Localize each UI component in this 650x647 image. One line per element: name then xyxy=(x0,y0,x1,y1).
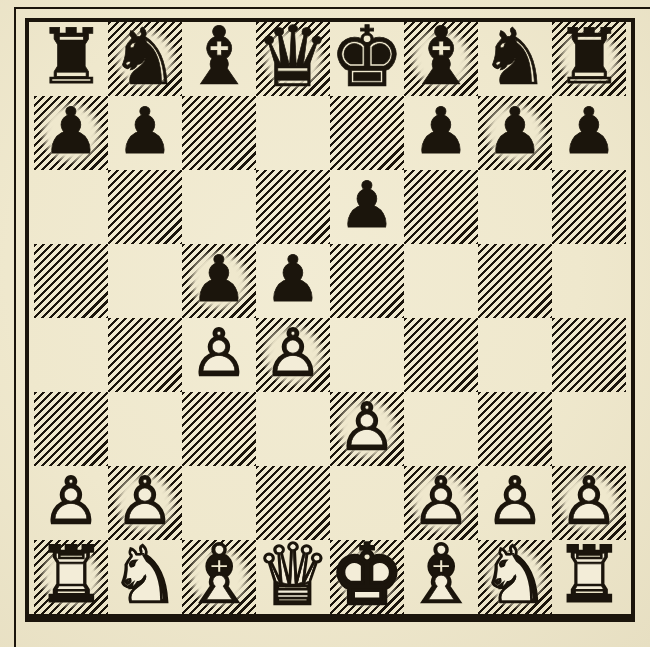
square-g1: ♞♘ xyxy=(478,540,552,614)
piece-black-king: ♚ xyxy=(330,20,404,94)
square-e4 xyxy=(330,318,404,392)
square-d8: ♛ xyxy=(256,22,330,96)
square-d1: ♛♕ xyxy=(256,540,330,614)
square-e7 xyxy=(330,96,404,170)
piece-white-pawn: ♟♙ xyxy=(478,464,552,538)
piece-white-pawn: ♟♙ xyxy=(256,316,330,390)
square-a8: ♜ xyxy=(34,22,108,96)
piece-white-pawn: ♟♙ xyxy=(552,464,626,538)
square-a7: ♟ xyxy=(34,96,108,170)
piece-white-knight: ♞♘ xyxy=(478,538,552,612)
square-a2: ♟♙ xyxy=(34,466,108,540)
square-f8: ♝ xyxy=(404,22,478,96)
square-e8: ♚ xyxy=(330,22,404,96)
square-c1: ♝♗ xyxy=(182,540,256,614)
square-d4: ♟♙ xyxy=(256,318,330,392)
square-b5 xyxy=(108,244,182,318)
square-h4 xyxy=(552,318,626,392)
piece-black-pawn: ♟ xyxy=(478,94,552,168)
piece-white-rook: ♜♖ xyxy=(34,538,108,612)
square-c5: ♟ xyxy=(182,244,256,318)
square-d5: ♟ xyxy=(256,244,330,318)
piece-black-pawn: ♟ xyxy=(182,242,256,316)
square-g8: ♞ xyxy=(478,22,552,96)
square-g6 xyxy=(478,170,552,244)
square-a6 xyxy=(34,170,108,244)
square-f7: ♟ xyxy=(404,96,478,170)
square-b7: ♟ xyxy=(108,96,182,170)
piece-black-pawn: ♟ xyxy=(108,94,182,168)
piece-white-pawn: ♟♙ xyxy=(34,464,108,538)
piece-white-knight: ♞♘ xyxy=(108,538,182,612)
piece-white-king: ♚♔ xyxy=(330,538,404,612)
square-c4: ♟♙ xyxy=(182,318,256,392)
square-c6 xyxy=(182,170,256,244)
square-g3 xyxy=(478,392,552,466)
chess-board: ♜♞♝♛♚♝♞♜♟♟♟♟♟♟♟♟♟♙♟♙♟♙♟♙♟♙♟♙♟♙♟♙♜♖♞♘♝♗♛♕… xyxy=(34,22,626,614)
square-f5 xyxy=(404,244,478,318)
piece-black-bishop: ♝ xyxy=(182,20,256,94)
piece-black-pawn: ♟ xyxy=(330,168,404,242)
square-b2: ♟♙ xyxy=(108,466,182,540)
piece-white-pawn: ♟♙ xyxy=(182,316,256,390)
piece-black-queen: ♛ xyxy=(256,20,330,94)
square-a3 xyxy=(34,392,108,466)
square-c7 xyxy=(182,96,256,170)
piece-white-pawn: ♟♙ xyxy=(404,464,478,538)
square-a4 xyxy=(34,318,108,392)
square-g7: ♟ xyxy=(478,96,552,170)
piece-white-pawn: ♟♙ xyxy=(108,464,182,538)
square-g4 xyxy=(478,318,552,392)
square-h3 xyxy=(552,392,626,466)
square-b3 xyxy=(108,392,182,466)
square-b8: ♞ xyxy=(108,22,182,96)
piece-black-pawn: ♟ xyxy=(34,94,108,168)
square-e6: ♟ xyxy=(330,170,404,244)
piece-white-rook: ♜♖ xyxy=(552,538,626,612)
square-h8: ♜ xyxy=(552,22,626,96)
square-a1: ♜♖ xyxy=(34,540,108,614)
square-g5 xyxy=(478,244,552,318)
square-f6 xyxy=(404,170,478,244)
piece-black-pawn: ♟ xyxy=(404,94,478,168)
square-c3 xyxy=(182,392,256,466)
piece-black-rook: ♜ xyxy=(552,20,626,94)
square-b6 xyxy=(108,170,182,244)
square-f3 xyxy=(404,392,478,466)
piece-white-bishop: ♝♗ xyxy=(404,538,478,612)
piece-white-queen: ♛♕ xyxy=(256,538,330,612)
square-e1: ♚♔ xyxy=(330,540,404,614)
square-b4 xyxy=(108,318,182,392)
piece-black-pawn: ♟ xyxy=(552,94,626,168)
diagram-outer-frame: ♜♞♝♛♚♝♞♜♟♟♟♟♟♟♟♟♟♙♟♙♟♙♟♙♟♙♟♙♟♙♟♙♜♖♞♘♝♗♛♕… xyxy=(14,7,650,647)
square-h5 xyxy=(552,244,626,318)
piece-black-bishop: ♝ xyxy=(404,20,478,94)
square-c8: ♝ xyxy=(182,22,256,96)
square-h6 xyxy=(552,170,626,244)
piece-black-knight: ♞ xyxy=(478,20,552,94)
diagram-inner-frame: ♜♞♝♛♚♝♞♜♟♟♟♟♟♟♟♟♟♙♟♙♟♙♟♙♟♙♟♙♟♙♟♙♜♖♞♘♝♗♛♕… xyxy=(25,18,635,622)
piece-white-bishop: ♝♗ xyxy=(182,538,256,612)
square-d3 xyxy=(256,392,330,466)
square-b1: ♞♘ xyxy=(108,540,182,614)
piece-black-pawn: ♟ xyxy=(256,242,330,316)
square-f4 xyxy=(404,318,478,392)
square-d7 xyxy=(256,96,330,170)
square-e5 xyxy=(330,244,404,318)
piece-white-pawn: ♟♙ xyxy=(330,390,404,464)
square-h1: ♜♖ xyxy=(552,540,626,614)
square-g2: ♟♙ xyxy=(478,466,552,540)
square-h7: ♟ xyxy=(552,96,626,170)
square-d6 xyxy=(256,170,330,244)
chess-diagram: ♜♞♝♛♚♝♞♜♟♟♟♟♟♟♟♟♟♙♟♙♟♙♟♙♟♙♟♙♟♙♟♙♜♖♞♘♝♗♛♕… xyxy=(14,7,650,647)
square-a5 xyxy=(34,244,108,318)
piece-black-rook: ♜ xyxy=(34,20,108,94)
square-f1: ♝♗ xyxy=(404,540,478,614)
square-h2: ♟♙ xyxy=(552,466,626,540)
square-e3: ♟♙ xyxy=(330,392,404,466)
piece-black-knight: ♞ xyxy=(108,20,182,94)
